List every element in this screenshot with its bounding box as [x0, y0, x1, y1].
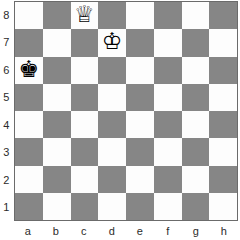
square-f5[interactable] [154, 84, 182, 111]
square-g1[interactable] [182, 193, 210, 220]
file-label-f: f [154, 222, 182, 239]
square-d3[interactable] [98, 138, 126, 165]
rank-label-3: 3 [0, 139, 13, 167]
square-d1[interactable] [98, 193, 126, 220]
square-a8[interactable] [15, 2, 43, 29]
rank-label-8: 8 [0, 1, 13, 29]
square-b1[interactable] [43, 193, 71, 220]
square-d5[interactable] [98, 84, 126, 111]
square-b8[interactable] [43, 2, 71, 29]
rank-labels: 87654321 [0, 1, 13, 221]
rank-label-7: 7 [0, 29, 13, 57]
square-h8[interactable] [209, 2, 237, 29]
square-h3[interactable] [209, 138, 237, 165]
square-a4[interactable] [15, 111, 43, 138]
square-e5[interactable] [126, 84, 154, 111]
file-label-g: g [182, 222, 210, 239]
square-b3[interactable] [43, 138, 71, 165]
file-label-c: c [70, 222, 98, 239]
chess-board: ♕♔♚ [14, 1, 238, 221]
square-h4[interactable] [209, 111, 237, 138]
rank-label-2: 2 [0, 166, 13, 194]
square-d4[interactable] [98, 111, 126, 138]
square-h1[interactable] [209, 193, 237, 220]
square-c8[interactable]: ♕ [71, 2, 99, 29]
square-g6[interactable] [182, 57, 210, 84]
square-e6[interactable] [126, 57, 154, 84]
piece-black-king[interactable]: ♚ [19, 58, 40, 81]
square-g2[interactable] [182, 166, 210, 193]
square-e7[interactable] [126, 29, 154, 56]
square-f3[interactable] [154, 138, 182, 165]
square-d7[interactable]: ♔ [98, 29, 126, 56]
square-b6[interactable] [43, 57, 71, 84]
square-a7[interactable] [15, 29, 43, 56]
piece-white-king[interactable]: ♔ [102, 30, 123, 53]
square-b4[interactable] [43, 111, 71, 138]
chess-diagram: 87654321 ♕♔♚ abcdefgh [0, 0, 240, 240]
square-b2[interactable] [43, 166, 71, 193]
square-f7[interactable] [154, 29, 182, 56]
file-label-e: e [126, 222, 154, 239]
square-d8[interactable] [98, 2, 126, 29]
rank-label-6: 6 [0, 56, 13, 84]
square-e2[interactable] [126, 166, 154, 193]
square-c3[interactable] [71, 138, 99, 165]
square-a6[interactable]: ♚ [15, 57, 43, 84]
square-c2[interactable] [71, 166, 99, 193]
square-g4[interactable] [182, 111, 210, 138]
square-a3[interactable] [15, 138, 43, 165]
file-label-a: a [14, 222, 42, 239]
file-label-b: b [42, 222, 70, 239]
square-e8[interactable] [126, 2, 154, 29]
square-g5[interactable] [182, 84, 210, 111]
square-c1[interactable] [71, 193, 99, 220]
square-b7[interactable] [43, 29, 71, 56]
square-g3[interactable] [182, 138, 210, 165]
square-h7[interactable] [209, 29, 237, 56]
file-label-d: d [98, 222, 126, 239]
square-a1[interactable] [15, 193, 43, 220]
square-e1[interactable] [126, 193, 154, 220]
file-label-h: h [210, 222, 238, 239]
square-h6[interactable] [209, 57, 237, 84]
square-c6[interactable] [71, 57, 99, 84]
square-e4[interactable] [126, 111, 154, 138]
square-f8[interactable] [154, 2, 182, 29]
square-f4[interactable] [154, 111, 182, 138]
file-labels: abcdefgh [14, 222, 238, 239]
square-g7[interactable] [182, 29, 210, 56]
square-c7[interactable] [71, 29, 99, 56]
square-a5[interactable] [15, 84, 43, 111]
square-e3[interactable] [126, 138, 154, 165]
rank-label-4: 4 [0, 111, 13, 139]
square-f2[interactable] [154, 166, 182, 193]
square-h2[interactable] [209, 166, 237, 193]
square-b5[interactable] [43, 84, 71, 111]
square-f6[interactable] [154, 57, 182, 84]
piece-white-queen[interactable]: ♕ [74, 3, 95, 26]
rank-label-5: 5 [0, 84, 13, 112]
square-d6[interactable] [98, 57, 126, 84]
square-c5[interactable] [71, 84, 99, 111]
square-g8[interactable] [182, 2, 210, 29]
rank-label-1: 1 [0, 194, 13, 222]
square-h5[interactable] [209, 84, 237, 111]
square-a2[interactable] [15, 166, 43, 193]
square-d2[interactable] [98, 166, 126, 193]
square-c4[interactable] [71, 111, 99, 138]
square-f1[interactable] [154, 193, 182, 220]
